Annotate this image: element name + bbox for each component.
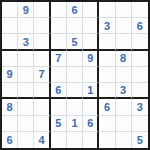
cell-r8c2[interactable] — [18, 116, 34, 132]
cell-r1c5[interactable]: 6 — [67, 2, 83, 18]
cell-r8c3[interactable] — [34, 116, 50, 132]
cell-r4c7[interactable] — [99, 51, 115, 67]
cell-r2c9[interactable]: 6 — [132, 18, 148, 34]
cell-r7c7[interactable]: 6 — [99, 99, 115, 115]
cell-r9c6[interactable] — [83, 132, 99, 148]
cell-r1c1[interactable] — [2, 2, 18, 18]
cell-r7c6[interactable] — [83, 99, 99, 115]
cell-r4c1[interactable] — [2, 51, 18, 67]
cell-r4c5[interactable] — [67, 51, 83, 67]
cell-r2c1[interactable] — [2, 18, 18, 34]
cell-r5c8[interactable] — [116, 67, 132, 83]
cell-r8c4[interactable]: 5 — [51, 116, 67, 132]
cell-r8c9[interactable] — [132, 116, 148, 132]
cell-r3c5[interactable]: 5 — [67, 34, 83, 50]
cell-r7c8[interactable] — [116, 99, 132, 115]
cell-r3c9[interactable] — [132, 34, 148, 50]
cell-r8c6[interactable]: 6 — [83, 116, 99, 132]
cell-r1c4[interactable] — [51, 2, 67, 18]
cell-r4c4[interactable]: 7 — [51, 51, 67, 67]
cell-r9c7[interactable] — [99, 132, 115, 148]
cell-r9c5[interactable] — [67, 132, 83, 148]
cell-r8c7[interactable] — [99, 116, 115, 132]
cell-r2c5[interactable] — [67, 18, 83, 34]
cell-r6c9[interactable] — [132, 83, 148, 99]
cell-r9c1[interactable]: 6 — [2, 132, 18, 148]
cell-r7c1[interactable]: 8 — [2, 99, 18, 115]
cell-r8c1[interactable] — [2, 116, 18, 132]
cell-r4c8[interactable]: 8 — [116, 51, 132, 67]
cell-r3c1[interactable] — [2, 34, 18, 50]
cell-r8c5[interactable]: 1 — [67, 116, 83, 132]
cell-r2c3[interactable] — [34, 18, 50, 34]
cell-r2c2[interactable] — [18, 18, 34, 34]
cell-r2c8[interactable] — [116, 18, 132, 34]
cell-r1c6[interactable] — [83, 2, 99, 18]
cell-r1c2[interactable]: 9 — [18, 2, 34, 18]
cell-r5c6[interactable] — [83, 67, 99, 83]
cell-r5c7[interactable] — [99, 67, 115, 83]
cell-r1c9[interactable] — [132, 2, 148, 18]
cell-r3c4[interactable] — [51, 34, 67, 50]
cell-r3c6[interactable] — [83, 34, 99, 50]
cell-r3c2[interactable]: 3 — [18, 34, 34, 50]
cell-r6c6[interactable]: 1 — [83, 83, 99, 99]
cell-r6c2[interactable] — [18, 83, 34, 99]
cell-r5c5[interactable] — [67, 67, 83, 83]
cell-r8c8[interactable] — [116, 116, 132, 132]
cell-r6c7[interactable] — [99, 83, 115, 99]
cell-r3c7[interactable] — [99, 34, 115, 50]
cell-r1c3[interactable] — [34, 2, 50, 18]
cell-r7c2[interactable] — [18, 99, 34, 115]
cell-r5c4[interactable] — [51, 67, 67, 83]
cell-r2c7[interactable]: 3 — [99, 18, 115, 34]
cell-r1c8[interactable] — [116, 2, 132, 18]
cell-r5c3[interactable]: 7 — [34, 67, 50, 83]
cell-r3c8[interactable] — [116, 34, 132, 50]
cell-r5c2[interactable] — [18, 67, 34, 83]
cell-r9c8[interactable] — [116, 132, 132, 148]
cell-r9c4[interactable] — [51, 132, 67, 148]
sudoku-board: 96363579897613863516645 — [0, 0, 150, 150]
cell-r1c7[interactable] — [99, 2, 115, 18]
cell-r5c1[interactable]: 9 — [2, 67, 18, 83]
cell-r6c8[interactable]: 3 — [116, 83, 132, 99]
cell-r4c2[interactable] — [18, 51, 34, 67]
cell-r7c9[interactable]: 3 — [132, 99, 148, 115]
cell-r9c3[interactable]: 4 — [34, 132, 50, 148]
cell-r4c9[interactable] — [132, 51, 148, 67]
cell-r9c9[interactable]: 5 — [132, 132, 148, 148]
cell-r2c4[interactable] — [51, 18, 67, 34]
cell-r4c3[interactable] — [34, 51, 50, 67]
cell-r6c3[interactable] — [34, 83, 50, 99]
cell-r9c2[interactable] — [18, 132, 34, 148]
cell-r2c6[interactable] — [83, 18, 99, 34]
cell-r4c6[interactable]: 9 — [83, 51, 99, 67]
cell-r6c1[interactable] — [2, 83, 18, 99]
cell-r7c4[interactable] — [51, 99, 67, 115]
cell-r7c5[interactable] — [67, 99, 83, 115]
cell-r3c3[interactable] — [34, 34, 50, 50]
cell-r6c4[interactable]: 6 — [51, 83, 67, 99]
cell-r7c3[interactable] — [34, 99, 50, 115]
cell-r6c5[interactable] — [67, 83, 83, 99]
cell-r5c9[interactable] — [132, 67, 148, 83]
